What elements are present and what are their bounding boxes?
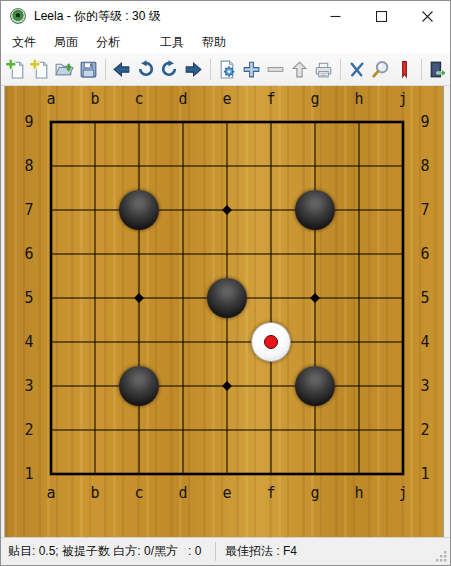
row-label-left: 5 [24,289,33,307]
col-label-bottom: g [310,484,319,502]
menu-item[interactable]: 分析 [87,31,129,54]
col-label-top: a [46,90,55,108]
window-title: Leela - 你的等级 : 30 级 [34,8,161,25]
col-label-top: b [90,90,99,108]
last-move-marker [264,335,278,349]
row-label-right: 8 [420,157,429,175]
pass-button[interactable] [287,56,311,82]
menu-item[interactable]: 工具 [151,31,193,54]
exit-button[interactable] [426,56,450,82]
new-file-alt-icon [30,59,51,80]
search-icon [370,59,391,80]
redo-icon [159,59,180,80]
hoshi-point-c5 [134,293,144,303]
col-label-bottom: e [222,484,231,502]
window-controls [312,1,450,31]
toolbar-separator [210,59,211,80]
col-label-bottom: b [90,484,99,502]
col-label-bottom: f [266,484,275,502]
status-komi-captures: 贴目: 0.5; 被提子数 白方: 0/黑方 : 0 [1,543,215,560]
row-label-right: 2 [420,421,429,439]
hoshi-point-e7 [222,205,232,215]
forward-button[interactable] [182,56,206,82]
toolbar-separator [105,59,106,80]
black-stone-e5 [207,278,247,318]
new-file-icon [6,59,27,80]
row-label-left: 9 [24,113,33,131]
title-bar: Leela - 你的等级 : 30 级 [1,1,450,31]
col-label-top: f [266,90,275,108]
row-label-left: 3 [24,377,33,395]
black-stone-c7 [119,190,159,230]
row-label-right: 9 [420,113,429,131]
black-stone-c3 [119,366,159,406]
up-arrow-icon [289,59,310,80]
settings-page-icon [217,59,238,80]
col-label-bottom: c [134,484,143,502]
status-best-move: 最佳招法 : F4 [216,543,297,560]
exit-icon [427,59,448,80]
minus-icon [265,59,286,80]
save-button[interactable] [76,56,100,82]
col-label-bottom: a [46,484,55,502]
new-file-button[interactable] [4,56,28,82]
clear-button[interactable] [345,56,369,82]
close-button[interactable] [404,1,450,31]
menu-item[interactable]: 局面 [45,31,87,54]
open-file-button[interactable] [52,56,76,82]
delete-x-icon [346,59,367,80]
row-label-right: 3 [420,377,429,395]
forward-arrow-icon [183,59,204,80]
bookmark-button[interactable] [393,56,417,82]
new-file-alt-button[interactable] [28,56,52,82]
col-label-bottom: d [178,484,187,502]
maximize-button[interactable] [358,1,404,31]
leela-window: Leela - 你的等级 : 30 级 文件局面分析工具帮助 [0,0,451,566]
menu-bar: 文件局面分析工具帮助 [1,31,450,53]
back-button[interactable] [109,56,133,82]
printer-icon [313,59,334,80]
status-bar: 贴目: 0.5; 被提子数 白方: 0/黑方 : 0 最佳招法 : F4 [1,537,450,565]
black-stone-g7 [295,190,335,230]
plus-icon [241,59,262,80]
undo-icon [135,59,156,80]
find-button[interactable] [369,56,393,82]
go-board[interactable]: aabbccddeeffgghhjj998877665544332211 [4,86,444,537]
save-icon [78,59,99,80]
toolbar [1,53,450,86]
open-file-icon [54,59,75,80]
row-label-left: 2 [24,421,33,439]
close-icon [422,11,433,22]
menu-item[interactable]: 文件 [3,31,45,54]
menu-item[interactable]: 帮助 [193,31,235,54]
redo-button[interactable] [158,56,182,82]
row-label-right: 7 [420,201,429,219]
toolbar-separator [421,59,422,80]
analyze-button[interactable] [215,56,239,82]
row-label-right: 4 [420,333,429,351]
col-label-top: e [222,90,231,108]
col-label-top: d [178,90,187,108]
leela-app-icon [10,8,26,24]
col-label-top: g [310,90,319,108]
hoshi-point-g5 [310,293,320,303]
row-label-left: 8 [24,157,33,175]
decrease-button[interactable] [263,56,287,82]
black-stone-g3 [295,366,335,406]
row-label-right: 6 [420,245,429,263]
white-stone-f4 [251,322,291,362]
resize-grip[interactable] [435,550,448,563]
hoshi-point-e3 [222,381,232,391]
undo-button[interactable] [134,56,158,82]
col-label-bottom: j [398,484,407,502]
row-label-left: 6 [24,245,33,263]
row-label-left: 7 [24,201,33,219]
row-label-right: 1 [420,465,429,483]
col-label-top: h [354,90,363,108]
minimize-icon [330,11,341,22]
col-label-bottom: h [354,484,363,502]
col-label-top: c [134,90,143,108]
maximize-icon [376,11,387,22]
col-label-top: j [398,90,407,108]
toolbar-separator [340,59,341,80]
print-button[interactable] [311,56,335,82]
back-arrow-icon [111,59,132,80]
row-label-right: 5 [420,289,429,307]
row-label-left: 4 [24,333,33,351]
increase-button[interactable] [239,56,263,82]
row-label-left: 1 [24,465,33,483]
bookmark-icon [394,59,415,80]
minimize-button[interactable] [312,1,358,31]
